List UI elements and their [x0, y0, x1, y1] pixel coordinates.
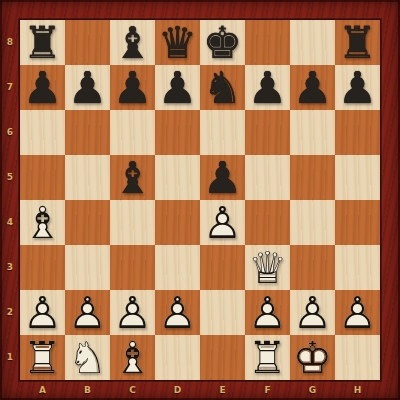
square-a6[interactable]: [20, 110, 65, 155]
white-pawn-outline-glyph: ♙: [65, 290, 110, 335]
piece-black-pawn[interactable]: ♟: [290, 65, 335, 110]
rank-label-8: 8: [0, 20, 20, 65]
square-f8[interactable]: [245, 20, 290, 65]
square-f2[interactable]: ♟♙: [245, 290, 290, 335]
file-label-b: B: [65, 380, 110, 400]
rank-label-3: 3: [0, 245, 20, 290]
piece-black-pawn[interactable]: ♟: [65, 65, 110, 110]
file-label-h: H: [335, 380, 380, 400]
piece-black-bishop[interactable]: ♝: [110, 20, 155, 65]
square-c5[interactable]: ♝: [110, 155, 155, 200]
square-c3[interactable]: [110, 245, 155, 290]
square-c1[interactable]: ♝♗: [110, 335, 155, 380]
black-knight-glyph: ♞: [200, 65, 245, 110]
piece-black-knight[interactable]: ♞: [200, 65, 245, 110]
rank-label-5: 5: [0, 155, 20, 200]
square-c2[interactable]: ♟♙: [110, 290, 155, 335]
square-h5[interactable]: [335, 155, 380, 200]
piece-black-king[interactable]: ♚: [200, 20, 245, 65]
piece-white-king[interactable]: ♚♔: [290, 335, 335, 380]
black-pawn-glyph: ♟: [290, 65, 335, 110]
white-pawn-outline-glyph: ♙: [200, 200, 245, 245]
square-f3[interactable]: ♛♕: [245, 245, 290, 290]
square-g7[interactable]: ♟: [290, 65, 335, 110]
white-pawn-outline-glyph: ♙: [245, 290, 290, 335]
square-e8[interactable]: ♚: [200, 20, 245, 65]
black-pawn-glyph: ♟: [20, 65, 65, 110]
white-king-outline-glyph: ♔: [290, 335, 335, 380]
white-rook-outline-glyph: ♖: [20, 335, 65, 380]
black-bishop-glyph: ♝: [110, 20, 155, 65]
piece-white-rook[interactable]: ♜♖: [245, 335, 290, 380]
square-e2[interactable]: [200, 290, 245, 335]
square-a8[interactable]: ♜: [20, 20, 65, 65]
rank-label-2: 2: [0, 290, 20, 335]
square-d1[interactable]: [155, 335, 200, 380]
square-b3[interactable]: [65, 245, 110, 290]
file-label-d: D: [155, 380, 200, 400]
piece-white-pawn[interactable]: ♟♙: [20, 290, 65, 335]
white-bishop-outline-glyph: ♗: [20, 200, 65, 245]
black-king-glyph: ♚: [200, 20, 245, 65]
square-b2[interactable]: ♟♙: [65, 290, 110, 335]
black-pawn-glyph: ♟: [245, 65, 290, 110]
black-bishop-glyph: ♝: [110, 155, 155, 200]
square-g5[interactable]: [290, 155, 335, 200]
square-b7[interactable]: ♟: [65, 65, 110, 110]
file-label-e: E: [200, 380, 245, 400]
square-b8[interactable]: [65, 20, 110, 65]
square-b5[interactable]: [65, 155, 110, 200]
piece-white-pawn[interactable]: ♟♙: [290, 290, 335, 335]
square-g1[interactable]: ♚♔: [290, 335, 335, 380]
square-g4[interactable]: [290, 200, 335, 245]
square-d4[interactable]: [155, 200, 200, 245]
piece-black-queen[interactable]: ♛: [155, 20, 200, 65]
file-label-f: F: [245, 380, 290, 400]
piece-white-queen[interactable]: ♛♕: [245, 245, 290, 290]
piece-white-knight[interactable]: ♞♘: [65, 335, 110, 380]
square-b6[interactable]: [65, 110, 110, 155]
square-a4[interactable]: ♝♗: [20, 200, 65, 245]
square-e3[interactable]: [200, 245, 245, 290]
square-g6[interactable]: [290, 110, 335, 155]
square-a2[interactable]: ♟♙: [20, 290, 65, 335]
piece-white-pawn[interactable]: ♟♙: [110, 290, 155, 335]
square-a7[interactable]: ♟: [20, 65, 65, 110]
square-e1[interactable]: [200, 335, 245, 380]
white-pawn-outline-glyph: ♙: [290, 290, 335, 335]
black-pawn-glyph: ♟: [65, 65, 110, 110]
rank-label-6: 6: [0, 110, 20, 155]
piece-white-pawn[interactable]: ♟♙: [245, 290, 290, 335]
piece-black-pawn[interactable]: ♟: [155, 65, 200, 110]
black-pawn-glyph: ♟: [335, 65, 380, 110]
piece-white-pawn[interactable]: ♟♙: [200, 200, 245, 245]
square-d8[interactable]: ♛: [155, 20, 200, 65]
square-h3[interactable]: [335, 245, 380, 290]
piece-black-rook[interactable]: ♜: [335, 20, 380, 65]
piece-white-pawn[interactable]: ♟♙: [155, 290, 200, 335]
black-queen-glyph: ♛: [155, 20, 200, 65]
white-queen-outline-glyph: ♕: [245, 245, 290, 290]
chess-board: ♜♝♛♚♜♟♟♟♟♞♟♟♟♝♟♝♗♟♙♛♕♟♙♟♙♟♙♟♙♟♙♟♙♟♙♜♖♞♘♝…: [20, 20, 380, 380]
square-h2[interactable]: ♟♙: [335, 290, 380, 335]
square-h7[interactable]: ♟: [335, 65, 380, 110]
piece-black-pawn[interactable]: ♟: [245, 65, 290, 110]
square-h1[interactable]: [335, 335, 380, 380]
square-d6[interactable]: [155, 110, 200, 155]
file-label-c: C: [110, 380, 155, 400]
piece-black-pawn[interactable]: ♟: [335, 65, 380, 110]
file-label-g: G: [290, 380, 335, 400]
square-d2[interactable]: ♟♙: [155, 290, 200, 335]
black-rook-glyph: ♜: [20, 20, 65, 65]
square-e4[interactable]: ♟♙: [200, 200, 245, 245]
black-pawn-glyph: ♟: [155, 65, 200, 110]
piece-black-rook[interactable]: ♜: [20, 20, 65, 65]
square-c8[interactable]: ♝: [110, 20, 155, 65]
square-d5[interactable]: [155, 155, 200, 200]
black-rook-glyph: ♜: [335, 20, 380, 65]
white-bishop-outline-glyph: ♗: [110, 335, 155, 380]
rank-label-1: 1: [0, 335, 20, 380]
square-h4[interactable]: [335, 200, 380, 245]
square-g8[interactable]: [290, 20, 335, 65]
white-pawn-outline-glyph: ♙: [155, 290, 200, 335]
square-a3[interactable]: [20, 245, 65, 290]
piece-black-bishop[interactable]: ♝: [110, 155, 155, 200]
square-e6[interactable]: [200, 110, 245, 155]
square-f6[interactable]: [245, 110, 290, 155]
black-pawn-glyph: ♟: [110, 65, 155, 110]
piece-white-rook[interactable]: ♜♖: [20, 335, 65, 380]
white-rook-outline-glyph: ♖: [245, 335, 290, 380]
chess-board-frame: ♜♝♛♚♜♟♟♟♟♞♟♟♟♝♟♝♗♟♙♛♕♟♙♟♙♟♙♟♙♟♙♟♙♟♙♜♖♞♘♝…: [0, 0, 400, 400]
square-a1[interactable]: ♜♖: [20, 335, 65, 380]
square-e5[interactable]: ♟: [200, 155, 245, 200]
square-b4[interactable]: [65, 200, 110, 245]
square-d3[interactable]: [155, 245, 200, 290]
square-h6[interactable]: [335, 110, 380, 155]
piece-black-pawn[interactable]: ♟: [20, 65, 65, 110]
square-e7[interactable]: ♞: [200, 65, 245, 110]
square-g2[interactable]: ♟♙: [290, 290, 335, 335]
white-knight-outline-glyph: ♘: [65, 335, 110, 380]
white-pawn-outline-glyph: ♙: [335, 290, 380, 335]
piece-white-bishop[interactable]: ♝♗: [20, 200, 65, 245]
piece-white-pawn[interactable]: ♟♙: [65, 290, 110, 335]
square-a5[interactable]: [20, 155, 65, 200]
black-pawn-glyph: ♟: [200, 155, 245, 200]
piece-black-pawn[interactable]: ♟: [200, 155, 245, 200]
square-c7[interactable]: ♟: [110, 65, 155, 110]
square-f1[interactable]: ♜♖: [245, 335, 290, 380]
rank-label-7: 7: [0, 65, 20, 110]
square-h8[interactable]: ♜: [335, 20, 380, 65]
piece-white-pawn[interactable]: ♟♙: [335, 290, 380, 335]
file-label-a: A: [20, 380, 65, 400]
piece-white-bishop[interactable]: ♝♗: [110, 335, 155, 380]
piece-black-pawn[interactable]: ♟: [110, 65, 155, 110]
white-pawn-outline-glyph: ♙: [20, 290, 65, 335]
square-d7[interactable]: ♟: [155, 65, 200, 110]
square-c4[interactable]: [110, 200, 155, 245]
square-f4[interactable]: [245, 200, 290, 245]
white-pawn-outline-glyph: ♙: [110, 290, 155, 335]
square-f5[interactable]: [245, 155, 290, 200]
square-f7[interactable]: ♟: [245, 65, 290, 110]
square-b1[interactable]: ♞♘: [65, 335, 110, 380]
rank-label-4: 4: [0, 200, 20, 245]
square-g3[interactable]: [290, 245, 335, 290]
square-c6[interactable]: [110, 110, 155, 155]
